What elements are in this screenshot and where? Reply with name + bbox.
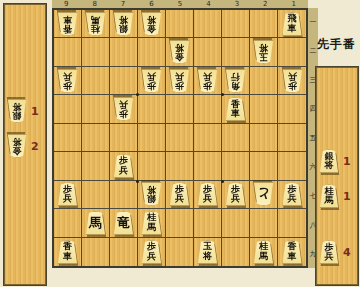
square-65[interactable] [138, 124, 166, 152]
piece-sente-pawn[interactable]: 歩兵 [225, 182, 246, 206]
square-42[interactable] [194, 38, 222, 66]
square-17[interactable]: 歩兵 [278, 181, 306, 209]
piece-face: 香車 [282, 240, 303, 264]
square-54[interactable] [166, 95, 194, 123]
square-63[interactable]: 歩兵 [138, 67, 166, 95]
piece-sente-lance[interactable]: 香車 [282, 240, 303, 264]
piece-face: 歩兵 [282, 182, 303, 206]
file-label-7: 7 [109, 0, 137, 8]
square-15[interactable] [278, 124, 306, 152]
sente-hand-pawn[interactable]: 歩兵4 [319, 240, 351, 264]
gote-hand-silver[interactable]: 銀将1 [7, 99, 39, 123]
square-41[interactable] [194, 10, 222, 38]
piece-face: 歩兵 [282, 69, 303, 93]
file-label-1: 1 [280, 0, 308, 8]
square-53[interactable]: 歩兵 [166, 67, 194, 95]
square-87[interactable] [82, 181, 110, 209]
square-58[interactable] [166, 209, 194, 237]
piece-sente-knight[interactable]: 桂馬 [319, 184, 339, 208]
piece-sente-lance[interactable]: 香車 [225, 97, 246, 121]
piece-face: 香車 [57, 240, 78, 264]
sente-hand-silver-count: 1 [343, 155, 351, 168]
piece-face: 桂馬 [141, 211, 162, 235]
piece-face: 歩兵 [113, 97, 134, 121]
square-38[interactable] [222, 209, 250, 237]
square-98[interactable] [54, 209, 82, 237]
gote-hand-silver-count: 1 [31, 105, 39, 118]
gote-hand-gold[interactable]: 金将2 [7, 134, 39, 158]
square-75[interactable] [110, 124, 138, 152]
piece-gote-king[interactable]: 玉将 [253, 40, 274, 64]
piece-face: 金将 [141, 12, 162, 36]
square-91[interactable]: 香車 [54, 10, 82, 38]
square-73[interactable] [110, 67, 138, 95]
piece-sente-lance[interactable]: 香車 [57, 240, 78, 264]
square-92[interactable] [54, 38, 82, 66]
piece-face: 銀将 [7, 99, 27, 123]
piece-gote-knight[interactable]: 桂馬 [85, 12, 106, 36]
square-47[interactable]: 歩兵 [194, 181, 222, 209]
piece-sente-rook[interactable]: 飛車 [282, 12, 303, 36]
square-23[interactable] [250, 67, 278, 95]
square-14[interactable] [278, 95, 306, 123]
piece-gote-lance[interactable]: 香車 [57, 12, 78, 36]
piece-face: 銀将 [319, 149, 339, 173]
file-label-4: 4 [194, 0, 222, 8]
piece-face: 歩兵 [197, 182, 218, 206]
square-71[interactable]: 銀将 [110, 10, 138, 38]
piece-face: 香車 [57, 12, 78, 36]
square-79[interactable] [110, 238, 138, 266]
piece-face: 桂馬 [253, 240, 274, 264]
square-72[interactable] [110, 38, 138, 66]
piece-face: 角行 [225, 69, 246, 93]
star-point [221, 180, 224, 183]
square-19[interactable]: 香車 [278, 238, 306, 266]
sente-hand-knight[interactable]: 桂馬1 [319, 184, 351, 208]
piece-sente-silver[interactable]: 銀将 [319, 149, 339, 173]
square-36[interactable] [222, 152, 250, 180]
square-93[interactable]: 歩兵 [54, 67, 82, 95]
square-76[interactable]: 歩兵 [110, 152, 138, 180]
square-83[interactable] [82, 67, 110, 95]
piece-face: 歩兵 [57, 69, 78, 93]
file-label-5: 5 [166, 0, 194, 8]
square-81[interactable]: 桂馬 [82, 10, 110, 38]
square-35[interactable] [222, 124, 250, 152]
gote-captured-stand: 銀将1金将2 [4, 4, 46, 285]
square-59[interactable] [166, 238, 194, 266]
square-68[interactable]: 桂馬 [138, 209, 166, 237]
piece-sente-knight[interactable]: 桂馬 [141, 211, 162, 235]
square-34[interactable]: 香車 [222, 95, 250, 123]
square-62[interactable] [138, 38, 166, 66]
piece-gote-pawn[interactable]: 歩兵 [197, 69, 218, 93]
square-33[interactable]: 角行 [222, 67, 250, 95]
piece-gote-pawn[interactable]: 歩兵 [113, 97, 134, 121]
piece-sente-pawn[interactable]: 歩兵 [169, 182, 190, 206]
sente-hand-pawn-count: 4 [343, 246, 351, 259]
star-point [136, 180, 139, 183]
piece-face: 馬 [85, 211, 106, 235]
square-74[interactable]: 歩兵 [110, 95, 138, 123]
piece-gote-silver[interactable]: 銀将 [113, 12, 134, 36]
square-55[interactable] [166, 124, 194, 152]
rank-label-1: 一 [308, 8, 318, 37]
square-96[interactable] [54, 152, 82, 180]
piece-gote-tokin[interactable]: と [253, 182, 274, 206]
turn-indicator: 先手番 [317, 36, 359, 53]
square-64[interactable] [138, 95, 166, 123]
star-point [136, 93, 139, 96]
sente-captured-stand: 銀将1桂馬1歩兵4 [316, 67, 358, 285]
square-26[interactable] [250, 152, 278, 180]
shogi-board: 香車桂馬銀将金将飛車金将玉将歩兵歩兵歩兵歩兵角行歩兵歩兵香車歩兵歩兵銀将歩兵歩兵… [52, 8, 308, 268]
piece-face: 歩兵 [169, 69, 190, 93]
piece-sente-pawn[interactable]: 歩兵 [57, 182, 78, 206]
piece-face: 香車 [225, 97, 246, 121]
square-28[interactable] [250, 209, 278, 237]
piece-gote-gold[interactable]: 金将 [169, 40, 190, 64]
piece-face: 歩兵 [169, 182, 190, 206]
piece-face: 歩兵 [113, 154, 134, 178]
square-21[interactable] [250, 10, 278, 38]
piece-face: 桂馬 [85, 12, 106, 36]
square-52[interactable]: 金将 [166, 38, 194, 66]
piece-gote-silver[interactable]: 銀将 [141, 182, 162, 206]
square-25[interactable] [250, 124, 278, 152]
square-16[interactable] [278, 152, 306, 180]
piece-sente-promoted-bishop[interactable]: 馬 [85, 211, 106, 235]
gote-hand-gold-count: 2 [31, 140, 39, 153]
square-84[interactable] [82, 95, 110, 123]
file-label-6: 6 [137, 0, 165, 8]
square-95[interactable] [54, 124, 82, 152]
piece-gote-pawn[interactable]: 歩兵 [282, 69, 303, 93]
piece-sente-pawn[interactable]: 歩兵 [141, 240, 162, 264]
square-89[interactable] [82, 238, 110, 266]
square-97[interactable]: 歩兵 [54, 181, 82, 209]
square-77[interactable] [110, 181, 138, 209]
square-37[interactable]: 歩兵 [222, 181, 250, 209]
piece-sente-pawn[interactable]: 歩兵 [113, 154, 134, 178]
square-66[interactable] [138, 152, 166, 180]
square-29[interactable]: 桂馬 [250, 238, 278, 266]
square-69[interactable]: 歩兵 [138, 238, 166, 266]
piece-face: 銀将 [141, 182, 162, 206]
square-13[interactable]: 歩兵 [278, 67, 306, 95]
square-24[interactable] [250, 95, 278, 123]
piece-gote-gold[interactable]: 金将 [141, 12, 162, 36]
square-48[interactable] [194, 209, 222, 237]
square-31[interactable] [222, 10, 250, 38]
square-46[interactable] [194, 152, 222, 180]
piece-sente-knight[interactable]: 桂馬 [253, 240, 274, 264]
piece-gote-pawn[interactable]: 歩兵 [169, 69, 190, 93]
file-coordinates: 987654321 [52, 0, 308, 8]
piece-sente-king[interactable]: 玉将 [197, 240, 218, 264]
square-11[interactable]: 飛車 [278, 10, 306, 38]
square-32[interactable] [222, 38, 250, 66]
piece-face: 桂馬 [319, 184, 339, 208]
piece-face: 銀将 [113, 12, 134, 36]
piece-sente-pawn[interactable]: 歩兵 [282, 182, 303, 206]
square-22[interactable]: 玉将 [250, 38, 278, 66]
piece-sente-promoted-rook[interactable]: 竜 [113, 211, 134, 235]
piece-gote-silver[interactable]: 銀将 [7, 99, 27, 123]
file-label-8: 8 [80, 0, 108, 8]
piece-gote-pawn[interactable]: 歩兵 [57, 69, 78, 93]
square-67[interactable]: 銀将 [138, 181, 166, 209]
square-43[interactable]: 歩兵 [194, 67, 222, 95]
square-56[interactable] [166, 152, 194, 180]
square-12[interactable] [278, 38, 306, 66]
square-94[interactable] [54, 95, 82, 123]
square-39[interactable] [222, 238, 250, 266]
piece-sente-pawn[interactable]: 歩兵 [197, 182, 218, 206]
square-49[interactable]: 玉将 [194, 238, 222, 266]
piece-face: 歩兵 [225, 182, 246, 206]
sente-hand-knight-count: 1 [343, 190, 351, 203]
square-86[interactable] [82, 152, 110, 180]
piece-face: 金将 [169, 40, 190, 64]
piece-face: 金将 [7, 134, 27, 158]
piece-face: 飛車 [282, 12, 303, 36]
square-85[interactable] [82, 124, 110, 152]
piece-gote-bishop[interactable]: 角行 [225, 69, 246, 93]
sente-hand-silver[interactable]: 銀将1 [319, 149, 351, 173]
piece-face: 歩兵 [57, 182, 78, 206]
piece-face: と [253, 182, 274, 206]
square-61[interactable]: 金将 [138, 10, 166, 38]
square-27[interactable]: と [250, 181, 278, 209]
square-51[interactable] [166, 10, 194, 38]
file-label-9: 9 [52, 0, 80, 8]
piece-face: 玉将 [197, 240, 218, 264]
piece-face: 歩兵 [197, 69, 218, 93]
square-57[interactable]: 歩兵 [166, 181, 194, 209]
file-label-3: 3 [223, 0, 251, 8]
shogi-diagram: 銀将1金将2 987654321 一二三四五六七八九 香車桂馬銀将金将飛車金将玉… [0, 0, 360, 287]
file-label-2: 2 [251, 0, 279, 8]
piece-gote-gold[interactable]: 金将 [7, 134, 27, 158]
piece-sente-pawn[interactable]: 歩兵 [319, 240, 339, 264]
piece-face: 歩兵 [319, 240, 339, 264]
piece-face: 竜 [113, 211, 134, 235]
piece-face: 歩兵 [141, 69, 162, 93]
square-78[interactable]: 竜 [110, 209, 138, 237]
piece-face: 玉将 [253, 40, 274, 64]
square-45[interactable] [194, 124, 222, 152]
square-44[interactable] [194, 95, 222, 123]
square-99[interactable]: 香車 [54, 238, 82, 266]
square-82[interactable] [82, 38, 110, 66]
square-18[interactable] [278, 209, 306, 237]
square-88[interactable]: 馬 [82, 209, 110, 237]
piece-gote-pawn[interactable]: 歩兵 [141, 69, 162, 93]
piece-face: 歩兵 [141, 240, 162, 264]
